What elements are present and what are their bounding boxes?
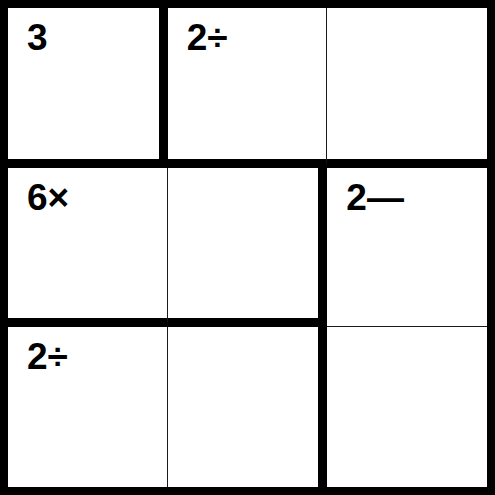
cell-r0c1[interactable]: 2÷ — [168, 8, 328, 168]
cage-clue: 2÷ — [168, 8, 228, 58]
cell-r1c2[interactable]: 2— — [327, 168, 487, 328]
cell-r1c1[interactable] — [168, 168, 328, 328]
cage-clue: 3 — [8, 8, 48, 58]
cell-r2c2[interactable] — [327, 327, 487, 487]
cage-clue: 2÷ — [8, 327, 68, 377]
cell-r1c0[interactable]: 6× — [8, 168, 168, 328]
cage-clue: 6× — [8, 168, 69, 218]
cell-r2c0[interactable]: 2÷ — [8, 327, 168, 487]
cage-clue: 2— — [327, 168, 404, 218]
kenken-board: 32÷6×2—2÷ — [0, 0, 495, 495]
cell-r0c0[interactable]: 3 — [8, 8, 168, 168]
cell-r0c2[interactable] — [327, 8, 487, 168]
cell-r2c1[interactable] — [168, 327, 328, 487]
